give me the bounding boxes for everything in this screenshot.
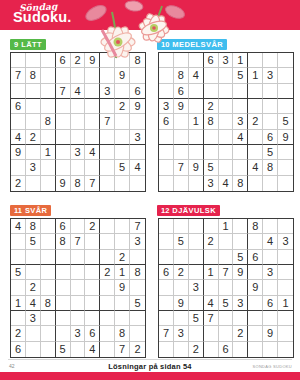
sudoku-cell — [263, 53, 278, 68]
sudoku-cell: 3 — [204, 176, 219, 191]
sudoku-cell — [278, 280, 293, 295]
sudoku-cell: 1 — [11, 296, 26, 311]
sudoku-cell: 5 — [233, 68, 248, 83]
sudoku-cell: 3 — [26, 311, 41, 326]
sudoku-cell: 9 — [174, 296, 189, 311]
sudoku-cell — [26, 53, 41, 68]
sudoku-cell — [159, 342, 174, 357]
sudoku-cell — [26, 250, 41, 265]
sudoku-cell — [100, 342, 115, 357]
sudoku-cell — [100, 250, 115, 265]
sudoku-cell — [100, 219, 115, 234]
sudoku-cell — [56, 280, 71, 295]
sudoku-cell — [189, 234, 204, 249]
sudoku-cell: 2 — [85, 219, 100, 234]
sudoku-cell — [56, 311, 71, 326]
sudoku-cell — [278, 219, 293, 234]
sudoku-cell — [71, 160, 86, 175]
sudoku-grid-12-devilish: 185243566217933994536157732926 — [158, 218, 294, 358]
sudoku-cell — [100, 145, 115, 160]
sudoku-cell: 2 — [26, 130, 41, 145]
sudoku-cell — [263, 84, 278, 99]
sudoku-cell — [248, 311, 263, 326]
sudoku-cell — [219, 160, 234, 175]
sudoku-cell — [233, 99, 248, 114]
sudoku-cell — [189, 250, 204, 265]
sudoku-cell: 7 — [159, 326, 174, 341]
sudoku-cell — [41, 250, 56, 265]
sudoku-cell — [56, 130, 71, 145]
sudoku-cell — [115, 296, 130, 311]
sudoku-cell — [26, 84, 41, 99]
sudoku-cell: 6 — [11, 342, 26, 357]
puzzle-number: 12 — [161, 207, 169, 215]
sudoku-cell — [174, 311, 189, 326]
sudoku-cell — [115, 145, 130, 160]
sudoku-cell: 3 — [71, 145, 86, 160]
sudoku-cell — [85, 280, 100, 295]
sudoku-cell: 7 — [174, 160, 189, 175]
sudoku-cell — [100, 326, 115, 341]
sudoku-cell — [189, 296, 204, 311]
sudoku-grid-11-hard: 486275873252182914853236865472 — [10, 218, 146, 358]
sudoku-cell — [100, 311, 115, 326]
sudoku-cell — [204, 68, 219, 83]
sudoku-cell — [85, 114, 100, 129]
sudoku-cell — [248, 265, 263, 280]
sudoku-cell — [115, 114, 130, 129]
sudoku-cell: 8 — [263, 160, 278, 175]
sudoku-cell: 8 — [204, 114, 219, 129]
sudoku-cell: 7 — [115, 342, 130, 357]
sudoku-cell — [159, 219, 174, 234]
sudoku-cell: 8 — [115, 326, 130, 341]
sudoku-cell — [174, 176, 189, 191]
sudoku-cell — [189, 84, 204, 99]
sudoku-cell — [159, 130, 174, 145]
sudoku-cell — [41, 219, 56, 234]
sudoku-cell — [85, 130, 100, 145]
sudoku-cell — [26, 265, 41, 280]
difficulty-label: SVÅR — [25, 207, 47, 215]
sudoku-cell: 3 — [26, 160, 41, 175]
sudoku-cell: 2 — [233, 326, 248, 341]
sudoku-cell: 1 — [204, 265, 219, 280]
sudoku-cell — [56, 160, 71, 175]
sudoku-cell: 3 — [130, 130, 145, 145]
sudoku-cell — [189, 130, 204, 145]
sudoku-cell — [11, 280, 26, 295]
sudoku-cell — [189, 219, 204, 234]
sudoku-cell — [263, 280, 278, 295]
sudoku-cell — [130, 145, 145, 160]
sudoku-cell — [278, 53, 293, 68]
sudoku-cell: 9 — [189, 160, 204, 175]
sudoku-cell: 5 — [56, 342, 71, 357]
sudoku-cell: 9 — [115, 68, 130, 83]
sudoku-cell — [233, 145, 248, 160]
sudoku-cell — [233, 84, 248, 99]
sudoku-cell — [174, 280, 189, 295]
sudoku-cell — [174, 114, 189, 129]
sudoku-cell: 3 — [100, 84, 115, 99]
sudoku-cell: 9 — [85, 53, 100, 68]
sudoku-cell: 9 — [174, 99, 189, 114]
sudoku-cell — [41, 99, 56, 114]
sudoku-cell — [159, 53, 174, 68]
sudoku-cell — [56, 326, 71, 341]
sudoku-cell — [278, 68, 293, 83]
sudoku-cell — [100, 53, 115, 68]
sudoku-cell — [41, 176, 56, 191]
sudoku-cell: 4 — [11, 219, 26, 234]
sudoku-cell: 2 — [11, 326, 26, 341]
sudoku-cell — [263, 342, 278, 357]
sudoku-cell — [100, 130, 115, 145]
sudoku-cell — [100, 296, 115, 311]
sudoku-cell — [219, 130, 234, 145]
sudoku-cell — [56, 296, 71, 311]
sudoku-cell: 8 — [41, 296, 56, 311]
sudoku-cell: 6 — [263, 296, 278, 311]
sudoku-cell: 5 — [115, 160, 130, 175]
sudoku-cell — [41, 234, 56, 249]
sudoku-cell — [248, 99, 263, 114]
sudoku-cell: 8 — [56, 234, 71, 249]
sudoku-cell: 5 — [204, 160, 219, 175]
newspaper-sudoku-page: Söndag Sudoku. — [0, 0, 300, 380]
sudoku-cell — [278, 342, 293, 357]
sudoku-cell — [219, 145, 234, 160]
sudoku-cell — [130, 114, 145, 129]
sudoku-cell: 2 — [204, 234, 219, 249]
sudoku-cell — [85, 99, 100, 114]
sudoku-cell — [174, 219, 189, 234]
sudoku-cell: 2 — [130, 342, 145, 357]
sudoku-cell — [26, 326, 41, 341]
sudoku-cell: 3 — [263, 265, 278, 280]
sudoku-cell: 7 — [56, 84, 71, 99]
sudoku-cell — [71, 99, 86, 114]
sudoku-grid-9-easy: 629878974366298742391343542987 — [10, 52, 146, 192]
sudoku-cell — [248, 342, 263, 357]
sudoku-cell: 7 — [71, 234, 86, 249]
sudoku-cell — [41, 53, 56, 68]
sudoku-cell — [159, 296, 174, 311]
sudoku-cell — [204, 130, 219, 145]
sudoku-cell — [233, 280, 248, 295]
sudoku-cell: 8 — [174, 68, 189, 83]
sudoku-cell — [159, 311, 174, 326]
sudoku-cell — [100, 176, 115, 191]
sudoku-cell — [219, 84, 234, 99]
sudoku-cell: 6 — [248, 250, 263, 265]
sudoku-cell — [71, 296, 86, 311]
sudoku-cell: 2 — [204, 99, 219, 114]
puzzle-number: 10 — [161, 41, 169, 49]
difficulty-label: LÄTT — [21, 41, 42, 49]
sudoku-cell: 7 — [204, 311, 219, 326]
sudoku-cell — [159, 160, 174, 175]
sudoku-cell — [278, 311, 293, 326]
sudoku-cell — [278, 326, 293, 341]
sudoku-cell: 3 — [263, 68, 278, 83]
sudoku-cell — [189, 326, 204, 341]
sudoku-cell: 3 — [233, 114, 248, 129]
sudoku-cell — [56, 265, 71, 280]
sudoku-cell — [11, 234, 26, 249]
sudoku-cell: 8 — [130, 265, 145, 280]
sudoku-cell: 9 — [130, 99, 145, 114]
sudoku-cell — [56, 68, 71, 83]
sudoku-cell: 7 — [85, 176, 100, 191]
sudoku-cell — [100, 234, 115, 249]
sudoku-cell: 5 — [130, 296, 145, 311]
sudoku-cell: 9 — [56, 176, 71, 191]
sudoku-cell: 5 — [174, 234, 189, 249]
masthead-banner: Söndag Sudoku. — [0, 0, 300, 30]
sudoku-cell: 5 — [189, 311, 204, 326]
sudoku-cell — [248, 176, 263, 191]
sudoku-cell: 4 — [11, 130, 26, 145]
sudoku-cell — [56, 99, 71, 114]
sudoku-cell: 6 — [56, 53, 71, 68]
sudoku-cell: 1 — [189, 114, 204, 129]
sudoku-cell — [26, 145, 41, 160]
sudoku-cell — [219, 234, 234, 249]
sudoku-cell — [248, 145, 263, 160]
sudoku-cell — [41, 68, 56, 83]
sudoku-cell — [174, 145, 189, 160]
sudoku-cell — [189, 99, 204, 114]
sudoku-cell — [41, 326, 56, 341]
sudoku-cell: 1 — [278, 296, 293, 311]
sudoku-cell: 2 — [189, 342, 204, 357]
sudoku-cell: 3 — [71, 326, 86, 341]
difficulty-label: DJÄVULSK — [172, 207, 216, 215]
sudoku-cell — [11, 311, 26, 326]
sudoku-cell — [278, 145, 293, 160]
sudoku-cell: 6 — [174, 84, 189, 99]
sudoku-cell — [115, 53, 130, 68]
edition-note: SÖNDAG SUDOKU — [253, 364, 292, 369]
sudoku-cell: 6 — [11, 99, 26, 114]
sudoku-cell — [115, 219, 130, 234]
sudoku-cell — [26, 342, 41, 357]
sudoku-cell: 3 — [278, 234, 293, 249]
sudoku-cell: 5 — [11, 265, 26, 280]
sudoku-cell: 9 — [11, 145, 26, 160]
sudoku-cell: 2 — [26, 280, 41, 295]
sudoku-cell: 1 — [233, 53, 248, 68]
sudoku-cell — [174, 130, 189, 145]
sudoku-cell: 4 — [189, 68, 204, 83]
sudoku-cell: 9 — [263, 326, 278, 341]
sudoku-cell — [233, 219, 248, 234]
sudoku-cell — [263, 176, 278, 191]
sudoku-cell — [159, 280, 174, 295]
sudoku-cell — [233, 160, 248, 175]
sudoku-cell — [56, 250, 71, 265]
sudoku-cell — [263, 114, 278, 129]
sudoku-cell: 3 — [130, 234, 145, 249]
sudoku-cell: 1 — [219, 219, 234, 234]
sudoku-cell — [85, 265, 100, 280]
sudoku-cell — [11, 250, 26, 265]
sudoku-cell — [159, 145, 174, 160]
sudoku-cell — [11, 53, 26, 68]
sudoku-cell: 4 — [204, 296, 219, 311]
sudoku-cell — [71, 342, 86, 357]
sudoku-cell — [204, 342, 219, 357]
sudoku-cell: 6 — [130, 84, 145, 99]
sudoku-cell — [263, 250, 278, 265]
sudoku-cell — [71, 130, 86, 145]
sudoku-cell — [159, 234, 174, 249]
sudoku-cell — [85, 84, 100, 99]
sudoku-cell: 3 — [219, 53, 234, 68]
sudoku-cell — [219, 280, 234, 295]
sudoku-cell — [85, 160, 100, 175]
sudoku-cell — [71, 114, 86, 129]
sudoku-cell: 8 — [41, 114, 56, 129]
footer-divider — [8, 359, 292, 360]
sudoku-cell — [71, 265, 86, 280]
sudoku-cell — [248, 326, 263, 341]
sudoku-cell — [278, 160, 293, 175]
sudoku-cell: 5 — [233, 250, 248, 265]
difficulty-badge-medium: 10 MEDELSVÅR — [157, 39, 227, 50]
sudoku-cell — [263, 219, 278, 234]
sudoku-cell — [71, 280, 86, 295]
sudoku-cell: 3 — [233, 296, 248, 311]
sudoku-cell: 1 — [115, 265, 130, 280]
sudoku-cell — [219, 250, 234, 265]
sudoku-cell — [130, 326, 145, 341]
sudoku-cell — [26, 176, 41, 191]
sudoku-cell: 5 — [278, 114, 293, 129]
sudoku-cell: 4 — [130, 160, 145, 175]
sudoku-cell — [41, 342, 56, 357]
sudoku-cell: 3 — [189, 280, 204, 295]
sudoku-cell — [248, 53, 263, 68]
sudoku-cell — [204, 280, 219, 295]
sudoku-cell — [174, 342, 189, 357]
sudoku-cell — [204, 145, 219, 160]
sudoku-cell — [278, 250, 293, 265]
sudoku-cell: 7 — [219, 265, 234, 280]
sudoku-cell: 7 — [130, 219, 145, 234]
sudoku-cell — [41, 160, 56, 175]
sudoku-cell — [71, 219, 86, 234]
sudoku-cell — [85, 68, 100, 83]
sudoku-cell — [248, 130, 263, 145]
sudoku-cell: 6 — [159, 114, 174, 129]
sudoku-cell: 4 — [85, 342, 100, 357]
sudoku-cell — [278, 176, 293, 191]
sudoku-cell — [159, 68, 174, 83]
sudoku-cell — [11, 84, 26, 99]
sudoku-cell: 4 — [219, 176, 234, 191]
sudoku-cell — [219, 99, 234, 114]
sudoku-cell: 8 — [71, 176, 86, 191]
sudoku-cell: 3 — [174, 326, 189, 341]
sudoku-cell — [100, 160, 115, 175]
sudoku-cell: 5 — [263, 145, 278, 160]
sudoku-cell — [130, 311, 145, 326]
sudoku-cell — [115, 130, 130, 145]
sudoku-cell — [56, 145, 71, 160]
sudoku-cell — [248, 296, 263, 311]
sudoku-cell — [41, 311, 56, 326]
sudoku-cell: 6 — [159, 265, 174, 280]
sudoku-cell — [56, 114, 71, 129]
sudoku-cell — [115, 234, 130, 249]
sudoku-cell — [85, 296, 100, 311]
puzzle-number: 11 — [14, 207, 22, 215]
sudoku-cell: 3 — [159, 99, 174, 114]
sudoku-cell — [71, 68, 86, 83]
sudoku-cell — [130, 280, 145, 295]
sudoku-cell — [115, 176, 130, 191]
sudoku-cell: 2 — [115, 99, 130, 114]
sudoku-cell — [233, 311, 248, 326]
sudoku-cell — [174, 250, 189, 265]
sudoku-cell: 8 — [233, 176, 248, 191]
sudoku-cell — [233, 342, 248, 357]
sudoku-cell: 5 — [26, 234, 41, 249]
sudoku-cell — [100, 280, 115, 295]
sudoku-cell: 5 — [219, 296, 234, 311]
sudoku-cell: 2 — [248, 114, 263, 129]
sudoku-cell — [233, 234, 248, 249]
sudoku-cell: 4 — [233, 130, 248, 145]
sudoku-cell — [263, 311, 278, 326]
sudoku-cell: 1 — [248, 68, 263, 83]
sudoku-cell: 2 — [11, 176, 26, 191]
puzzle-number: 9 — [14, 41, 18, 49]
sudoku-cell — [263, 99, 278, 114]
sudoku-cell — [278, 99, 293, 114]
sudoku-cell: 4 — [263, 234, 278, 249]
sudoku-cell: 9 — [248, 280, 263, 295]
sudoku-cell — [219, 326, 234, 341]
sudoku-cell: 6 — [219, 342, 234, 357]
sudoku-cell — [130, 68, 145, 83]
sudoku-cell — [71, 250, 86, 265]
sudoku-cell: 6 — [85, 326, 100, 341]
sudoku-cell — [219, 311, 234, 326]
sudoku-cell — [189, 53, 204, 68]
sudoku-cell — [204, 84, 219, 99]
sudoku-cell: 2 — [100, 265, 115, 280]
sudoku-cell: 4 — [26, 296, 41, 311]
sudoku-cell — [11, 114, 26, 129]
masthead: Söndag Sudoku. — [13, 3, 72, 25]
sudoku-cell — [189, 176, 204, 191]
sudoku-cell: 6 — [204, 53, 219, 68]
sudoku-cell: 8 — [130, 53, 145, 68]
sudoku-cell — [85, 234, 100, 249]
difficulty-label: MEDELSVÅR — [172, 41, 223, 49]
sudoku-cell: 4 — [85, 145, 100, 160]
sudoku-cell — [248, 234, 263, 249]
sudoku-cell: 2 — [174, 265, 189, 280]
sudoku-cell — [41, 130, 56, 145]
sudoku-cell — [41, 265, 56, 280]
sudoku-cell: 2 — [115, 250, 130, 265]
sudoku-cell: 8 — [26, 68, 41, 83]
